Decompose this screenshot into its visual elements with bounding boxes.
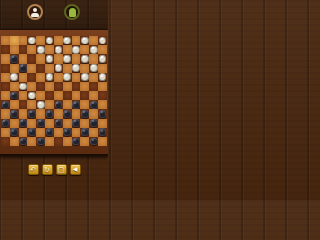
black-piece[interactable]: ●: [19, 138, 27, 146]
board-cell[interactable]: ●: [54, 119, 63, 128]
white-piece[interactable]: ●: [19, 83, 27, 91]
board-cell[interactable]: ●: [80, 36, 89, 45]
board-cell[interactable]: [19, 45, 28, 54]
board-cell: [19, 91, 28, 100]
board-cell[interactable]: ●: [36, 45, 45, 54]
black-piece[interactable]: ●: [99, 128, 107, 136]
board-cell: [63, 100, 72, 109]
white-piece[interactable]: ●: [90, 64, 98, 72]
board-cell[interactable]: ●: [10, 109, 19, 118]
board-cell[interactable]: ●: [36, 100, 45, 109]
board-cell[interactable]: [36, 82, 45, 91]
board-cell: [54, 109, 63, 118]
black-piece[interactable]: ●: [19, 64, 27, 72]
board-cell: [89, 128, 98, 137]
board-cell[interactable]: ●: [80, 109, 89, 118]
black-piece[interactable]: ●: [55, 101, 63, 109]
opponent-avatar[interactable]: [64, 4, 80, 20]
black-piece[interactable]: ●: [19, 119, 27, 127]
board-cell: [27, 45, 36, 54]
board-cell: [89, 73, 98, 82]
white-piece[interactable]: ●: [99, 55, 107, 63]
board-cell[interactable]: ●: [89, 45, 98, 54]
restart-button[interactable]: ↻: [42, 164, 53, 175]
black-piece[interactable]: ●: [28, 110, 36, 118]
black-piece[interactable]: ●: [90, 119, 98, 127]
board-cell: [63, 64, 72, 73]
board-cell: [10, 82, 19, 91]
board-cell[interactable]: [98, 91, 107, 100]
board-cell: [1, 91, 10, 100]
board-cell: [98, 137, 107, 146]
white-piece[interactable]: ●: [46, 55, 54, 63]
board-cell[interactable]: [89, 82, 98, 91]
board-cell[interactable]: [72, 82, 81, 91]
board-cell[interactable]: ●: [72, 119, 81, 128]
board-cell[interactable]: ●: [45, 109, 54, 118]
black-piece[interactable]: ●: [2, 119, 10, 127]
white-piece[interactable]: ●: [72, 64, 80, 72]
white-piece[interactable]: ●: [81, 55, 89, 63]
board-cell: [45, 45, 54, 54]
board-cell: [80, 119, 89, 128]
board-cell: [27, 119, 36, 128]
board-cell[interactable]: [1, 137, 10, 146]
board-cell: [10, 100, 19, 109]
black-piece[interactable]: ●: [63, 110, 71, 118]
black-piece[interactable]: ●: [10, 110, 18, 118]
board-cell: [27, 100, 36, 109]
board-cell[interactable]: [1, 45, 10, 54]
board-cell: [1, 73, 10, 82]
board-cell: [10, 119, 19, 128]
board-cell[interactable]: ●: [98, 73, 107, 82]
board-cell: [19, 109, 28, 118]
white-piece[interactable]: ●: [63, 55, 71, 63]
board-cell[interactable]: ●: [45, 128, 54, 137]
stop-square-icon: ▢: [58, 165, 65, 172]
board-cell[interactable]: ●: [10, 73, 19, 82]
black-piece[interactable]: ●: [99, 110, 107, 118]
board-cell[interactable]: ●: [89, 100, 98, 109]
black-piece[interactable]: ●: [81, 110, 89, 118]
black-piece[interactable]: ●: [2, 101, 10, 109]
board-cell: [19, 73, 28, 82]
board-cell[interactable]: ●: [63, 73, 72, 82]
board-cell: [45, 100, 54, 109]
board-cell: [89, 91, 98, 100]
board-cell: [63, 119, 72, 128]
white-piece[interactable]: ●: [55, 64, 63, 72]
black-piece[interactable]: ●: [72, 119, 80, 127]
black-piece[interactable]: ●: [90, 138, 98, 146]
board-cell: [89, 36, 98, 45]
board-cell[interactable]: ●: [10, 128, 19, 137]
white-piece[interactable]: ●: [37, 101, 45, 109]
top-bar: [0, 0, 108, 28]
board-cell: [72, 54, 81, 63]
board-cell[interactable]: ●: [72, 45, 81, 54]
black-piece[interactable]: ●: [90, 101, 98, 109]
board-cell: [36, 91, 45, 100]
board-cell[interactable]: ●: [98, 54, 107, 63]
board-cell[interactable]: ●: [98, 128, 107, 137]
player-avatar[interactable]: [27, 4, 43, 20]
board-cell: [36, 36, 45, 45]
undo-arrow-icon: ↶: [30, 165, 36, 172]
board-cell: [98, 45, 107, 54]
white-piece[interactable]: ●: [63, 37, 71, 45]
board-cell[interactable]: ●: [80, 73, 89, 82]
board-cell: [54, 128, 63, 137]
board-cell[interactable]: ●: [36, 137, 45, 146]
black-piece[interactable]: ●: [63, 128, 71, 136]
board-cell: [72, 73, 81, 82]
board-cell: [45, 137, 54, 146]
board-cell[interactable]: ●: [10, 54, 19, 63]
white-piece[interactable]: ●: [55, 46, 63, 54]
board-cell: [27, 64, 36, 73]
board-cell: [80, 137, 89, 146]
board-cell: [45, 64, 54, 73]
board-cell: [36, 109, 45, 118]
stop-button[interactable]: ▢: [56, 164, 67, 175]
black-piece[interactable]: ●: [10, 55, 18, 63]
board-cell: [63, 82, 72, 91]
board-cell[interactable]: [36, 64, 45, 73]
board-cell: [80, 100, 89, 109]
checkers-app-screen: { "game": { "type": "checkers", "variant…: [0, 0, 108, 200]
board-cell: [36, 54, 45, 63]
board-cell: [10, 45, 19, 54]
board-cell[interactable]: ●: [45, 54, 54, 63]
white-piece[interactable]: ●: [99, 37, 107, 45]
black-piece[interactable]: ●: [55, 119, 63, 127]
board-cell: [80, 45, 89, 54]
black-piece[interactable]: ●: [46, 110, 54, 118]
board-cell[interactable]: ●: [80, 128, 89, 137]
board-cell[interactable]: ●: [54, 100, 63, 109]
board-cell[interactable]: [1, 82, 10, 91]
board-cell[interactable]: ●: [72, 137, 81, 146]
board: ●●●●●●●●●●●●●●●●●●●●●●●●●●●●●●●●●●●●●●●●…: [1, 36, 107, 146]
board-cell: [54, 36, 63, 45]
board-cell[interactable]: ●: [63, 54, 72, 63]
white-piece[interactable]: ●: [46, 37, 54, 45]
board-cell[interactable]: ●: [45, 73, 54, 82]
black-piece[interactable]: ●: [46, 128, 54, 136]
board-cell: [72, 91, 81, 100]
restart-arrow-icon: ↻: [44, 165, 50, 172]
white-piece[interactable]: ●: [99, 73, 107, 81]
board-cell: [10, 64, 19, 73]
board-cell[interactable]: [19, 100, 28, 109]
board-cell[interactable]: ●: [98, 109, 107, 118]
board-cell: [45, 119, 54, 128]
board-cell: [72, 36, 81, 45]
board-cell[interactable]: ●: [45, 36, 54, 45]
board-frame: ●●●●●●●●●●●●●●●●●●●●●●●●●●●●●●●●●●●●●●●●…: [0, 29, 108, 156]
board-cell[interactable]: [80, 91, 89, 100]
board-cell: [89, 54, 98, 63]
board-cell: [54, 54, 63, 63]
black-piece[interactable]: ●: [37, 119, 45, 127]
board-cell[interactable]: ●: [72, 64, 81, 73]
board-cell[interactable]: [45, 91, 54, 100]
board-cell[interactable]: ●: [19, 137, 28, 146]
board-cell[interactable]: ●: [19, 119, 28, 128]
board-cell: [10, 137, 19, 146]
board-cell[interactable]: ●: [27, 36, 36, 45]
board-cell[interactable]: ●: [89, 64, 98, 73]
board-cell[interactable]: ●: [63, 36, 72, 45]
person-icon: [29, 8, 41, 18]
board-cell: [72, 128, 81, 137]
white-piece[interactable]: ●: [72, 46, 80, 54]
board-cell[interactable]: ●: [89, 137, 98, 146]
board-cell[interactable]: ●: [27, 128, 36, 137]
board-cell: [27, 82, 36, 91]
board-cell: [36, 73, 45, 82]
board-cell[interactable]: ●: [27, 109, 36, 118]
board-cell: [19, 128, 28, 137]
black-piece[interactable]: ●: [72, 138, 80, 146]
white-piece[interactable]: ●: [63, 73, 71, 81]
board-cell[interactable]: ●: [54, 64, 63, 73]
board-cell: [1, 109, 10, 118]
bottom-toolbar: ↶ ↻ ▢ ◀: [0, 162, 108, 176]
board-cell[interactable]: [1, 64, 10, 73]
board-cell: [27, 137, 36, 146]
android-robot-icon: [66, 8, 78, 17]
board-cell[interactable]: [27, 73, 36, 82]
sound-button[interactable]: ◀: [70, 164, 81, 175]
board-cell[interactable]: ●: [54, 45, 63, 54]
black-piece[interactable]: ●: [72, 101, 80, 109]
board-cell: [19, 54, 28, 63]
board-cell[interactable]: [10, 36, 19, 45]
white-piece[interactable]: ●: [10, 73, 18, 81]
white-piece[interactable]: ●: [46, 73, 54, 81]
board-cell[interactable]: [54, 82, 63, 91]
board-cell[interactable]: ●: [27, 91, 36, 100]
board-cell: [1, 128, 10, 137]
board-cell: [54, 73, 63, 82]
board-cell[interactable]: ●: [98, 36, 107, 45]
board-cell: [54, 91, 63, 100]
undo-button[interactable]: ↶: [28, 164, 39, 175]
white-piece[interactable]: ●: [37, 46, 45, 54]
board-cell: [45, 82, 54, 91]
board-cell[interactable]: ●: [1, 119, 10, 128]
board-cell: [1, 54, 10, 63]
board-cell[interactable]: ●: [72, 100, 81, 109]
white-piece[interactable]: ●: [81, 37, 89, 45]
board-cell: [36, 128, 45, 137]
board-cell: [80, 64, 89, 73]
white-piece[interactable]: ●: [90, 46, 98, 54]
board-cell[interactable]: ●: [80, 54, 89, 63]
board-cell: [1, 36, 10, 45]
board-cell: [19, 36, 28, 45]
board-cell[interactable]: ●: [19, 64, 28, 73]
white-piece[interactable]: ●: [81, 73, 89, 81]
board-cell[interactable]: ●: [63, 128, 72, 137]
board-cell: [72, 109, 81, 118]
board-cell: [63, 137, 72, 146]
board-cell[interactable]: [63, 91, 72, 100]
board-cell[interactable]: ●: [19, 82, 28, 91]
board-cell[interactable]: ●: [1, 100, 10, 109]
board-cell: [80, 82, 89, 91]
board-cell[interactable]: ●: [63, 109, 72, 118]
board-cell: [98, 119, 107, 128]
white-piece[interactable]: ●: [28, 92, 36, 100]
board-cell: [63, 45, 72, 54]
board-cell[interactable]: ●: [89, 119, 98, 128]
black-piece[interactable]: ●: [81, 128, 89, 136]
board-cell: [89, 109, 98, 118]
board-cell: [98, 64, 107, 73]
board-cell[interactable]: [54, 137, 63, 146]
black-piece[interactable]: ●: [10, 92, 18, 100]
board-cell[interactable]: ●: [36, 119, 45, 128]
black-piece[interactable]: ●: [10, 128, 18, 136]
board-cell[interactable]: ●: [10, 91, 19, 100]
board-cell: [98, 100, 107, 109]
black-piece[interactable]: ●: [37, 138, 45, 146]
speaker-icon: ◀: [73, 166, 78, 172]
white-piece[interactable]: ●: [28, 37, 36, 45]
black-piece[interactable]: ●: [28, 128, 36, 136]
board-cell: [98, 82, 107, 91]
board-cell[interactable]: [27, 54, 36, 63]
